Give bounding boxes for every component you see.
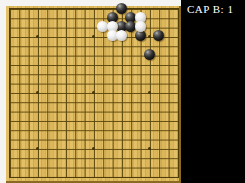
black-stone [144,49,155,60]
capture-counter-label: CAP B: 1 [181,0,245,15]
white-stone [116,30,127,41]
black-stone [116,3,127,14]
go-board [6,6,181,183]
page: CAP B: 1 [0,0,245,183]
black-stone [135,30,146,41]
side-panel: CAP B: 1 [181,0,245,183]
stones-layer [6,6,181,183]
white-stone [135,21,146,32]
black-stone [153,30,164,41]
